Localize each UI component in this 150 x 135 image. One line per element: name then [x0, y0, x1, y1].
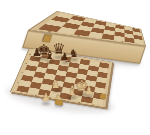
light-pawn-piece: ♟ — [80, 85, 98, 96]
box-lid-square — [102, 34, 115, 40]
brass-pin — [78, 102, 80, 103]
chess-set-product-photo: ♟♚♝♛♟♞♟♟♞♝♚♟ — [0, 0, 150, 135]
brass-pin — [25, 63, 27, 64]
dark-knight-piece: ♞ — [65, 48, 83, 59]
brass-pin — [21, 72, 23, 73]
brass-pin — [21, 92, 23, 93]
brass-pin — [17, 82, 19, 83]
brass-hinge — [55, 99, 64, 105]
brass-pin — [92, 104, 94, 105]
brass-hinge — [100, 94, 107, 100]
